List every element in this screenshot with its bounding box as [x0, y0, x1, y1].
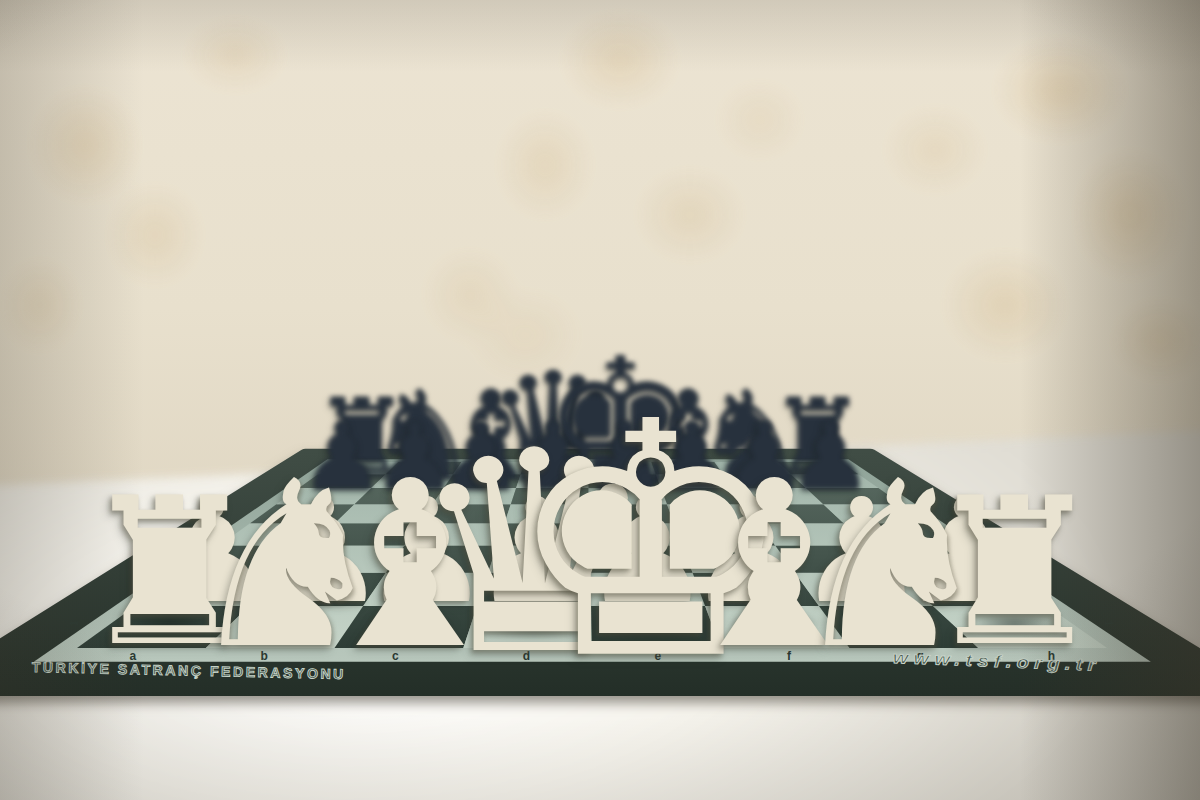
- white-rook-glyph: ♜: [923, 471, 1106, 675]
- chess-photo-scene: abcdefgh11 TÜRKİYE SATRANÇ FEDERASYONU w…: [0, 0, 1200, 800]
- piece-white-rook-h1[interactable]: ♜: [923, 471, 1106, 675]
- pieces-layer: ♜♞♝♛♚♝♞♜♟♟♟♟♟♟♟♟♟♟♟♟♟♟♟♟♜♞♝♛♚♝♞♜: [0, 0, 1200, 800]
